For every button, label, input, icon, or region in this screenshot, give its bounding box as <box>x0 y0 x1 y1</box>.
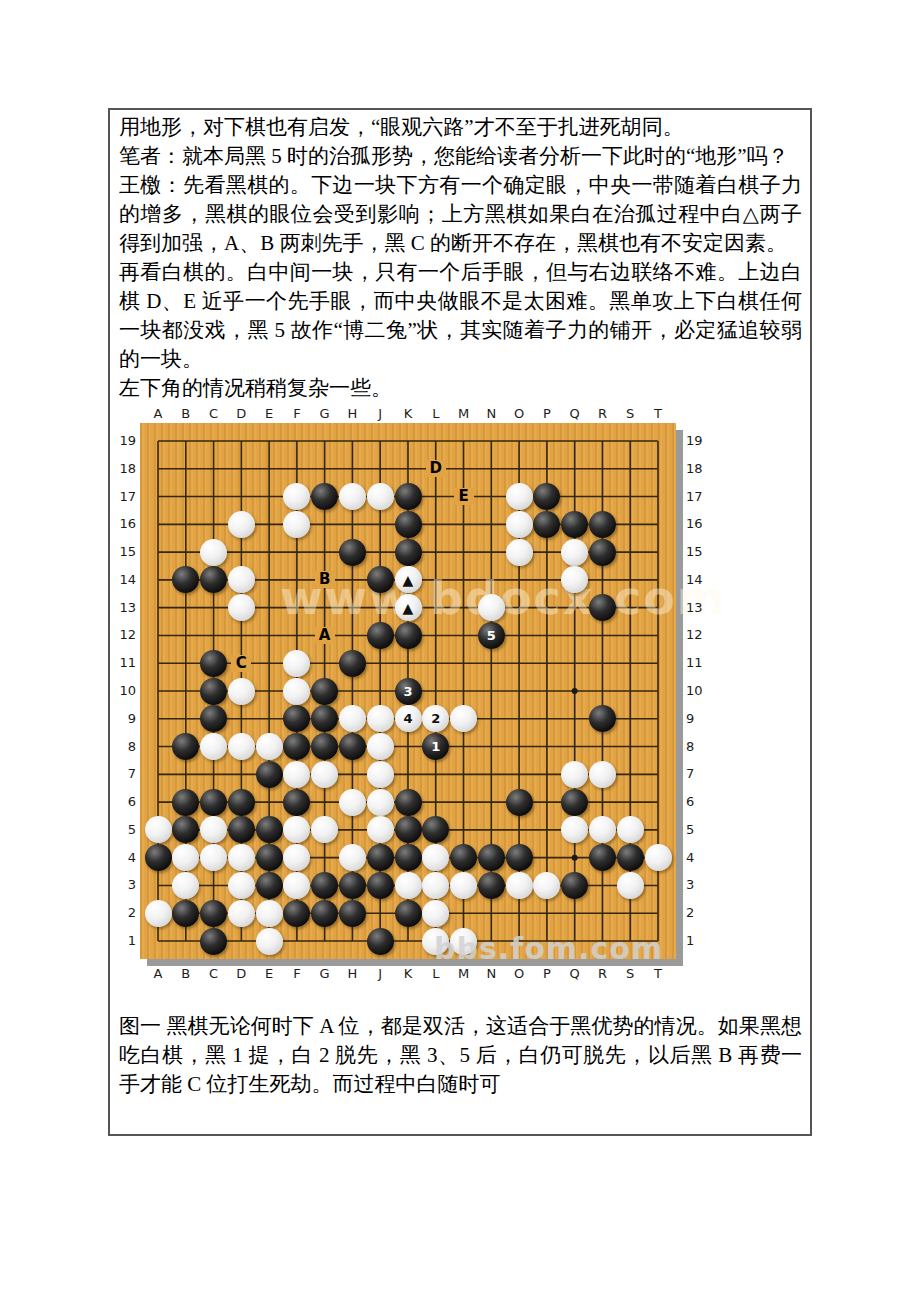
row-label-left: 16 <box>112 517 136 531</box>
black-stone <box>589 539 616 566</box>
column-label-top: C <box>204 407 224 421</box>
row-label-left: 18 <box>112 462 136 476</box>
black-stone <box>311 900 338 927</box>
column-label-top: N <box>481 407 501 421</box>
column-label-top: E <box>259 407 279 421</box>
white-stone <box>145 900 172 927</box>
row-label-right: 9 <box>686 712 710 726</box>
row-label-left: 9 <box>112 712 136 726</box>
point-label-A: A <box>315 627 335 644</box>
black-stone <box>339 900 366 927</box>
document-page: 用地形，对下棋也有启发，“眼观六路”才不至于扎进死胡同。 笔者：就本局黑 5 时… <box>108 108 812 1136</box>
white-stone <box>200 539 227 566</box>
white-stone <box>228 733 255 760</box>
row-label-left: 19 <box>112 434 136 448</box>
row-label-left: 13 <box>112 601 136 615</box>
white-stone <box>200 844 227 871</box>
column-label-top: T <box>648 407 668 421</box>
black-stone <box>172 789 199 816</box>
column-label-bottom: D <box>231 967 251 981</box>
column-label-top: L <box>426 407 446 421</box>
white-stone <box>339 705 366 732</box>
black-stone <box>339 539 366 566</box>
column-label-top: H <box>342 407 362 421</box>
black-stone <box>200 900 227 927</box>
black-stone <box>228 789 255 816</box>
triangle-mark: ▲ <box>403 601 414 615</box>
white-stone <box>450 872 477 899</box>
white-stone <box>228 678 255 705</box>
paragraph: 图一 黑棋无论何时下 A 位，都是双活，这适合于黑优势的情况。如果黑想吃白棋，黑… <box>119 1012 802 1099</box>
black-stone <box>256 761 283 788</box>
white-stone <box>339 844 366 871</box>
black-stone <box>200 650 227 677</box>
black-stone <box>200 928 227 955</box>
white-stone <box>228 594 255 621</box>
white-stone <box>506 483 533 510</box>
black-stone <box>395 816 422 843</box>
black-stone <box>311 483 338 510</box>
column-label-bottom: R <box>592 967 612 981</box>
row-label-left: 15 <box>112 545 136 559</box>
point-label-B: B <box>315 571 335 588</box>
black-stone <box>283 900 310 927</box>
column-label-top: O <box>509 407 529 421</box>
column-label-bottom: H <box>342 967 362 981</box>
paragraph: 笔者：就本局黑 5 时的治孤形势，您能给读者分析一下此时的“地形”吗？ <box>119 142 802 171</box>
star-point <box>572 688 578 694</box>
black-stone <box>395 539 422 566</box>
black-stone <box>311 678 338 705</box>
black-stone <box>506 789 533 816</box>
point-label-E: E <box>454 488 474 505</box>
caption-text: 图一 黑棋无论何时下 A 位，都是双活，这适合于黑优势的情况。如果黑想吃白棋，黑… <box>110 1009 810 1099</box>
black-stone <box>283 789 310 816</box>
black-stone <box>339 872 366 899</box>
column-label-bottom: C <box>204 967 224 981</box>
black-stone <box>200 678 227 705</box>
row-label-right: 11 <box>686 656 710 670</box>
column-label-top: K <box>398 407 418 421</box>
column-label-bottom: S <box>620 967 640 981</box>
black-stone <box>478 872 505 899</box>
black-stone: 3 <box>395 678 422 705</box>
black-stone <box>367 844 394 871</box>
white-stone <box>339 789 366 816</box>
row-label-right: 19 <box>686 434 710 448</box>
column-label-top: S <box>620 407 640 421</box>
column-label-top: G <box>315 407 335 421</box>
black-stone: 5 <box>478 622 505 649</box>
paragraph: 再看白棋的。白中间一块，只有一个后手眼，但与右边联络不难。上边白棋 D、E 近乎… <box>119 258 802 374</box>
row-label-left: 17 <box>112 490 136 504</box>
row-label-right: 4 <box>686 851 710 865</box>
black-stone <box>367 566 394 593</box>
white-stone <box>367 483 394 510</box>
black-stone <box>256 872 283 899</box>
white-stone <box>256 900 283 927</box>
paragraph: 用地形，对下棋也有启发，“眼观六路”才不至于扎进死胡同。 <box>119 113 802 142</box>
white-stone <box>506 539 533 566</box>
white-stone <box>228 844 255 871</box>
white-stone <box>283 761 310 788</box>
white-stone <box>617 872 644 899</box>
black-stone <box>311 872 338 899</box>
white-stone <box>200 733 227 760</box>
column-label-top: R <box>592 407 612 421</box>
column-label-bottom: B <box>176 967 196 981</box>
white-stone <box>311 761 338 788</box>
white-stone <box>367 761 394 788</box>
black-stone <box>506 844 533 871</box>
row-label-left: 11 <box>112 656 136 670</box>
column-label-top: A <box>148 407 168 421</box>
white-stone <box>617 816 644 843</box>
black-stone <box>339 733 366 760</box>
black-stone <box>367 928 394 955</box>
row-label-right: 12 <box>686 628 710 642</box>
row-label-right: 18 <box>686 462 710 476</box>
row-label-right: 1 <box>686 934 710 948</box>
goban-wood: www.bdocx.com 531▲▲42ABCDE <box>140 423 676 959</box>
row-label-left: 2 <box>112 906 136 920</box>
black-stone <box>311 733 338 760</box>
black-stone <box>395 511 422 538</box>
black-stone <box>228 816 255 843</box>
black-stone <box>172 900 199 927</box>
white-stone <box>367 789 394 816</box>
black-stone <box>339 650 366 677</box>
row-label-right: 13 <box>686 601 710 615</box>
paragraph: 左下角的情况稍稍复杂一些。 <box>119 374 802 403</box>
black-stone <box>256 844 283 871</box>
black-stone <box>561 872 588 899</box>
white-stone <box>395 872 422 899</box>
row-label-left: 4 <box>112 851 136 865</box>
white-stone <box>228 511 255 538</box>
row-label-right: 2 <box>686 906 710 920</box>
white-stone <box>422 900 449 927</box>
white-stone <box>256 733 283 760</box>
white-stone: ▲ <box>395 566 422 593</box>
white-stone: 4 <box>395 705 422 732</box>
white-stone <box>145 816 172 843</box>
column-label-bottom: K <box>398 967 418 981</box>
black-stone <box>367 872 394 899</box>
black-stone <box>395 483 422 510</box>
go-board-diagram: www.bdocx.com 531▲▲42ABCDE AABBCCDDEEFFG… <box>112 407 772 999</box>
star-point <box>572 855 578 861</box>
row-label-right: 3 <box>686 878 710 892</box>
black-stone <box>395 844 422 871</box>
row-label-right: 16 <box>686 517 710 531</box>
row-label-left: 3 <box>112 878 136 892</box>
column-label-bottom: G <box>315 967 335 981</box>
row-label-left: 14 <box>112 573 136 587</box>
row-label-right: 15 <box>686 545 710 559</box>
white-stone <box>339 483 366 510</box>
black-stone <box>256 816 283 843</box>
white-stone <box>283 650 310 677</box>
black-stone <box>395 622 422 649</box>
row-label-right: 5 <box>686 823 710 837</box>
white-stone <box>283 678 310 705</box>
white-stone <box>256 928 283 955</box>
black-stone <box>589 844 616 871</box>
black-stone <box>533 511 560 538</box>
black-stone <box>589 594 616 621</box>
white-stone <box>228 566 255 593</box>
column-label-bottom: J <box>370 967 390 981</box>
row-label-left: 8 <box>112 740 136 754</box>
black-stone <box>395 789 422 816</box>
row-label-left: 6 <box>112 795 136 809</box>
black-stone <box>145 844 172 871</box>
black-stone <box>561 511 588 538</box>
column-label-top: B <box>176 407 196 421</box>
column-label-top: F <box>287 407 307 421</box>
row-label-left: 1 <box>112 934 136 948</box>
white-stone <box>367 816 394 843</box>
black-stone <box>478 844 505 871</box>
white-stone <box>506 511 533 538</box>
row-label-right: 7 <box>686 767 710 781</box>
white-stone <box>450 928 477 955</box>
column-label-bottom: O <box>509 967 529 981</box>
row-label-right: 8 <box>686 740 710 754</box>
column-label-top: Q <box>565 407 585 421</box>
commentary-text: 用地形，对下棋也有启发，“眼观六路”才不至于扎进死胡同。 笔者：就本局黑 5 时… <box>110 110 810 403</box>
white-stone <box>367 705 394 732</box>
white-stone <box>561 539 588 566</box>
triangle-mark: ▲ <box>403 573 414 587</box>
row-label-left: 7 <box>112 767 136 781</box>
row-label-left: 5 <box>112 823 136 837</box>
column-label-top: P <box>537 407 557 421</box>
column-label-bottom: E <box>259 967 279 981</box>
white-stone <box>561 761 588 788</box>
black-stone <box>589 511 616 538</box>
white-stone: ▲ <box>395 594 422 621</box>
column-label-bottom: P <box>537 967 557 981</box>
column-label-top: M <box>454 407 474 421</box>
point-label-C: C <box>231 655 251 672</box>
point-label-D: D <box>426 460 446 477</box>
column-label-bottom: N <box>481 967 501 981</box>
white-stone <box>422 928 449 955</box>
row-label-right: 17 <box>686 490 710 504</box>
row-label-left: 10 <box>112 684 136 698</box>
white-stone <box>172 872 199 899</box>
column-label-bottom: Q <box>565 967 585 981</box>
black-stone <box>561 789 588 816</box>
paragraph: 王檄：先看黑棋的。下边一块下方有一个确定眼，中央一带随着白棋子力的增多，黑棋的眼… <box>119 171 802 258</box>
white-stone <box>422 872 449 899</box>
black-stone <box>395 900 422 927</box>
row-label-left: 12 <box>112 628 136 642</box>
column-label-bottom: L <box>426 967 446 981</box>
row-label-right: 14 <box>686 573 710 587</box>
column-label-bottom: F <box>287 967 307 981</box>
row-label-right: 10 <box>686 684 710 698</box>
white-stone <box>589 761 616 788</box>
white-stone <box>367 733 394 760</box>
white-stone <box>283 511 310 538</box>
column-label-top: J <box>370 407 390 421</box>
column-label-bottom: A <box>148 967 168 981</box>
white-stone <box>228 900 255 927</box>
black-stone <box>200 789 227 816</box>
black-stone <box>367 622 394 649</box>
white-stone <box>228 872 255 899</box>
black-stone <box>450 844 477 871</box>
white-stone <box>478 594 505 621</box>
black-stone <box>589 705 616 732</box>
white-stone <box>645 844 672 871</box>
column-label-bottom: M <box>454 967 474 981</box>
column-label-bottom: T <box>648 967 668 981</box>
white-stone <box>506 872 533 899</box>
column-label-top: D <box>231 407 251 421</box>
row-label-right: 6 <box>686 795 710 809</box>
black-stone <box>617 844 644 871</box>
